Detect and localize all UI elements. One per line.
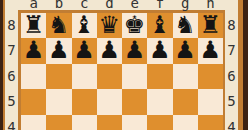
square-d7[interactable]: ♟	[97, 38, 122, 63]
square-a4[interactable]	[21, 115, 46, 130]
rank-label-left-4: 4	[5, 115, 18, 130]
file-label-g: g	[173, 0, 198, 10]
square-c7[interactable]: ♟	[72, 38, 97, 63]
file-label-d: d	[97, 0, 122, 10]
file-labels: abcdefgh	[21, 0, 223, 10]
chess-board-viewport: abcdefgh 87654 87654 ♜♞♝♛♚♝♞♜♟♟♟♟♟♟♟♟	[0, 0, 248, 130]
black-king-icon: ♚	[124, 13, 146, 37]
square-e5[interactable]	[122, 89, 147, 114]
rank-label-right-7: 7	[225, 38, 238, 63]
rank-label-right-4: 4	[225, 115, 238, 130]
black-rook-icon: ♜	[200, 13, 222, 37]
file-label-h: h	[198, 0, 223, 10]
square-a8[interactable]: ♜	[21, 13, 46, 38]
black-bishop-icon: ♝	[149, 13, 171, 37]
square-a6[interactable]	[21, 64, 46, 89]
chess-board: ♜♞♝♛♚♝♞♜♟♟♟♟♟♟♟♟	[21, 13, 223, 130]
square-a7[interactable]: ♟	[21, 38, 46, 63]
square-e8[interactable]: ♚	[122, 13, 147, 38]
rank-label-left-5: 5	[5, 89, 18, 114]
file-label-f: f	[147, 0, 172, 10]
black-knight-icon: ♞	[48, 13, 70, 37]
file-label-b: b	[46, 0, 71, 10]
square-c5[interactable]	[72, 89, 97, 114]
square-g6[interactable]	[173, 64, 198, 89]
outer-frame-line-right	[238, 0, 243, 130]
square-f6[interactable]	[147, 64, 172, 89]
square-b7[interactable]: ♟	[46, 38, 71, 63]
square-g4[interactable]	[173, 115, 198, 130]
black-pawn-icon: ♟	[200, 38, 222, 62]
square-b5[interactable]	[46, 89, 71, 114]
black-pawn-icon: ♟	[23, 38, 45, 62]
square-h6[interactable]	[198, 64, 223, 89]
rank-labels-right: 87654	[225, 13, 238, 130]
square-g7[interactable]: ♟	[173, 38, 198, 63]
rank-label-right-8: 8	[225, 13, 238, 38]
square-e7[interactable]: ♟	[122, 38, 147, 63]
square-b8[interactable]: ♞	[46, 13, 71, 38]
rank-label-left-8: 8	[5, 13, 18, 38]
square-e6[interactable]	[122, 64, 147, 89]
black-pawn-icon: ♟	[99, 38, 121, 62]
square-g8[interactable]: ♞	[173, 13, 198, 38]
rank-label-left-7: 7	[5, 38, 18, 63]
square-c8[interactable]: ♝	[72, 13, 97, 38]
square-h7[interactable]: ♟	[198, 38, 223, 63]
rank-label-left-6: 6	[5, 64, 18, 89]
square-h4[interactable]	[198, 115, 223, 130]
black-bishop-icon: ♝	[73, 13, 95, 37]
square-c6[interactable]	[72, 64, 97, 89]
black-knight-icon: ♞	[174, 13, 196, 37]
square-h8[interactable]: ♜	[198, 13, 223, 38]
square-f7[interactable]: ♟	[147, 38, 172, 63]
square-d6[interactable]	[97, 64, 122, 89]
black-pawn-icon: ♟	[174, 38, 196, 62]
square-b6[interactable]	[46, 64, 71, 89]
square-f8[interactable]: ♝	[147, 13, 172, 38]
square-b4[interactable]	[46, 115, 71, 130]
rank-label-right-6: 6	[225, 64, 238, 89]
square-g5[interactable]	[173, 89, 198, 114]
square-f4[interactable]	[147, 115, 172, 130]
black-pawn-icon: ♟	[149, 38, 171, 62]
square-d5[interactable]	[97, 89, 122, 114]
black-pawn-icon: ♟	[124, 38, 146, 62]
file-label-c: c	[72, 0, 97, 10]
black-queen-icon: ♛	[99, 13, 121, 37]
file-label-e: e	[122, 0, 147, 10]
rank-label-right-5: 5	[225, 89, 238, 114]
square-a5[interactable]	[21, 89, 46, 114]
black-pawn-icon: ♟	[48, 38, 70, 62]
square-e4[interactable]	[122, 115, 147, 130]
square-c4[interactable]	[72, 115, 97, 130]
square-d8[interactable]: ♛	[97, 13, 122, 38]
square-d4[interactable]	[97, 115, 122, 130]
black-pawn-icon: ♟	[73, 38, 95, 62]
square-f5[interactable]	[147, 89, 172, 114]
rank-labels-left: 87654	[5, 13, 18, 130]
black-rook-icon: ♜	[23, 13, 45, 37]
file-label-a: a	[21, 0, 46, 10]
square-h5[interactable]	[198, 89, 223, 114]
